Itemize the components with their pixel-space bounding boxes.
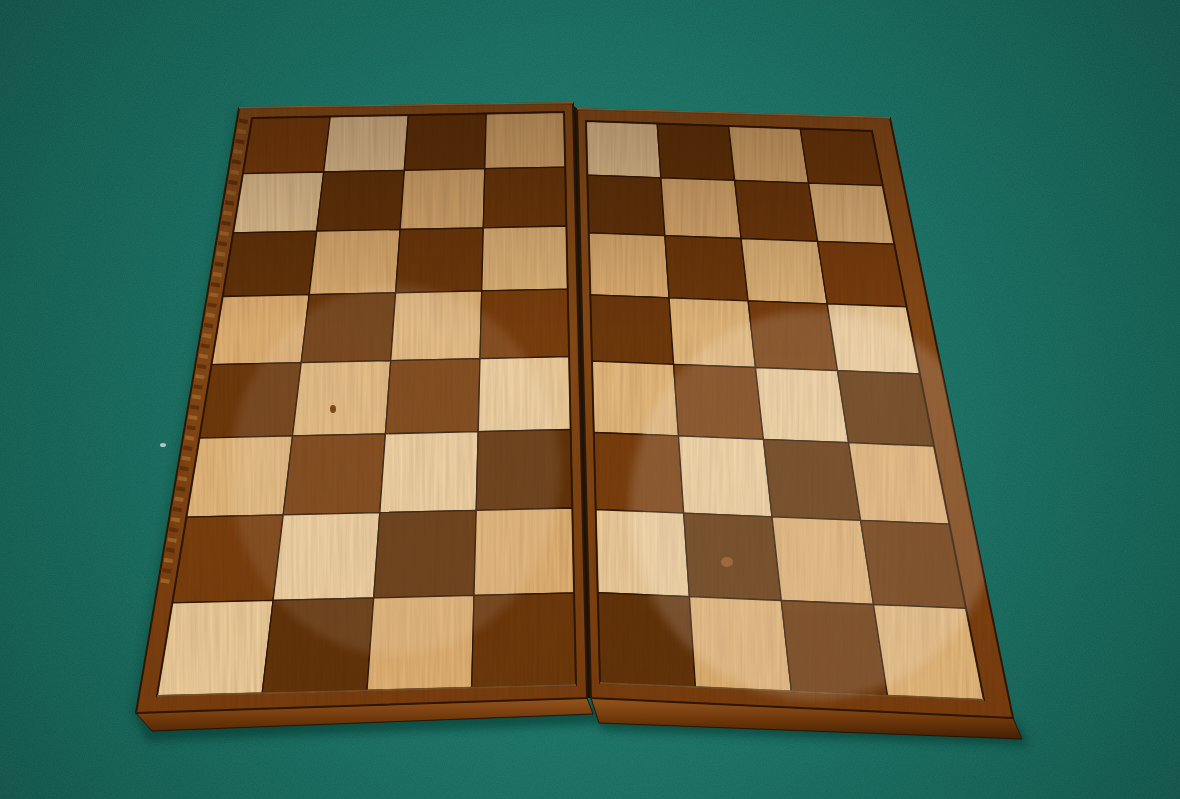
wood-knot	[330, 405, 336, 413]
dust-speck	[160, 443, 166, 447]
chessboard-photo	[0, 0, 1180, 799]
chessboard	[120, 95, 1040, 745]
flash-sheen	[230, 285, 560, 655]
table-felt	[0, 0, 1180, 799]
wood-stain	[721, 557, 733, 567]
